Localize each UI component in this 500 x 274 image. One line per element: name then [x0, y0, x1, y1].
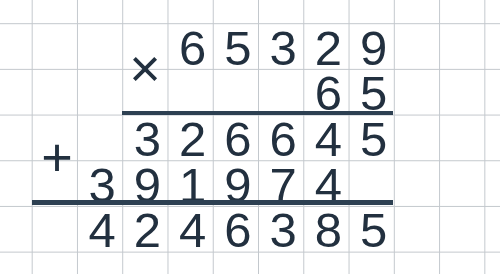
- digit-cell-r6c6: 6: [215, 207, 260, 253]
- digit-cell-r4c8: 4: [306, 116, 351, 162]
- digit-cell-r6c7: 3: [261, 207, 306, 253]
- digit-cell-r4c7: 6: [261, 116, 306, 162]
- digit-cell-r4c9: 5: [351, 116, 396, 162]
- product-rule-line: [122, 111, 393, 116]
- digit-cell-r4c5: 2: [170, 116, 215, 162]
- graph-paper-sheet: 65329653266453919744246385 × +: [0, 0, 500, 274]
- digit-cell-r6c4: 2: [125, 207, 170, 253]
- sum-rule-line: [32, 200, 394, 205]
- digit-cell-r6c8: 8: [306, 207, 351, 253]
- digit-cell-r6c5: 4: [170, 207, 215, 253]
- digit-grid: 65329653266453919744246385: [0, 0, 500, 274]
- digit-cell-r2c8: 2: [306, 25, 351, 71]
- digit-cell-r3c9: 5: [351, 70, 396, 116]
- digit-cell-r4c6: 6: [215, 116, 260, 162]
- plus-sign: +: [41, 130, 73, 184]
- digit-cell-r6c9: 5: [351, 207, 396, 253]
- digit-cell-r2c6: 5: [215, 25, 260, 71]
- digit-cell-r6c3: 4: [79, 207, 124, 253]
- digit-cell-r2c9: 9: [351, 25, 396, 71]
- digit-cell-r4c4: 3: [125, 116, 170, 162]
- digit-cell-r2c5: 6: [170, 25, 215, 71]
- multiply-sign: ×: [129, 41, 161, 95]
- digit-cell-r3c8: 6: [306, 70, 351, 116]
- digit-cell-r2c7: 3: [261, 25, 306, 71]
